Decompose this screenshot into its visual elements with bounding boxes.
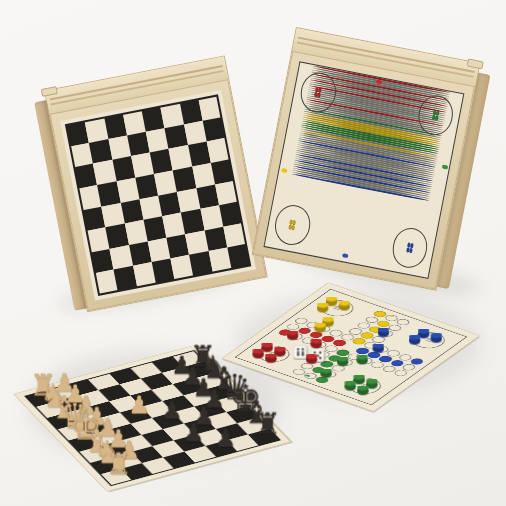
- ludo-cell: [289, 367, 309, 377]
- ludo-start-mark: [441, 164, 448, 169]
- ludo-cell: [368, 360, 388, 370]
- chess-piece-dark-rook: ♜: [254, 409, 280, 439]
- checkerboard-print: [60, 90, 256, 301]
- ludo-start-mark: [376, 79, 383, 84]
- ludo-start-mark: [305, 374, 311, 377]
- ludo-cell: [324, 379, 344, 389]
- checker-square: [152, 440, 184, 457]
- ludo-track-circle: [385, 349, 401, 357]
- ludo-cell: [391, 368, 411, 378]
- peg-green: [337, 357, 349, 366]
- die: [293, 345, 306, 358]
- checkerboard-face: [66, 96, 250, 295]
- ludo-home-circle: [389, 225, 431, 270]
- product-photo-scene: ♜♟♞♟♟♜♝♟♟♞♛♟♟♟♝♚♟♟♟♛♝♟♟♚♞♟♟♝♜♟♜: [0, 0, 506, 506]
- ludo-home-dot: [336, 308, 340, 310]
- peg-green: [357, 355, 369, 364]
- lid-tab: [467, 58, 484, 69]
- peg-green: [344, 381, 356, 390]
- peg-blue: [373, 344, 385, 353]
- ludo-track-circle: [323, 345, 339, 353]
- die-pip: [301, 351, 303, 353]
- ludo-home-dot: [409, 248, 413, 254]
- ludo-track-circle: [291, 368, 307, 376]
- ludo-cell: [395, 352, 415, 362]
- checker-square: [142, 457, 174, 474]
- checker-square: [227, 244, 250, 269]
- peg-red: [310, 339, 322, 348]
- peg-green: [321, 369, 333, 378]
- peg-green: [357, 386, 369, 395]
- peg-top: [305, 353, 317, 359]
- die-pip: [319, 351, 321, 353]
- ludo-track-circle: [397, 353, 413, 361]
- ludo-cell: [384, 348, 404, 358]
- ludo-cell: [415, 351, 435, 361]
- ludo-cell: [399, 362, 419, 372]
- ludo-cell: [301, 371, 321, 381]
- chess-piece-dark-pawn: ♟: [182, 421, 204, 446]
- ludo-cell: [376, 354, 396, 364]
- peg-top: [310, 337, 322, 343]
- chess-piece-light-rook: ♜: [105, 450, 131, 480]
- ludo-start-mark: [281, 167, 288, 172]
- ludo-cell: [407, 356, 427, 366]
- peg-top: [274, 346, 286, 352]
- ludo-box: [252, 27, 493, 293]
- checker-square: [142, 429, 174, 446]
- die-pip: [296, 351, 298, 353]
- ludo-home-dot: [427, 340, 431, 342]
- lid-tab: [41, 86, 58, 97]
- die-pip: [301, 354, 303, 356]
- ludo-cell: [379, 364, 399, 374]
- checker-square: [163, 452, 195, 469]
- ludo-track-circle: [381, 365, 397, 373]
- die-pip: [296, 354, 298, 356]
- ludo-cell: [403, 347, 423, 357]
- checker-square: [131, 418, 163, 435]
- ludo-cell: [387, 358, 407, 368]
- ludo-track-circle: [377, 355, 393, 363]
- ludo-home-dot: [317, 93, 321, 99]
- box-face-frame: [50, 79, 267, 311]
- ludo-cell: [278, 363, 298, 373]
- ludo-cell: [383, 374, 403, 384]
- chess-piece-dark-pawn: ♟: [214, 426, 236, 451]
- ludo-track-circle: [369, 361, 385, 369]
- ludo-start-mark: [417, 360, 423, 363]
- ludo-home-circle: [271, 202, 313, 247]
- peg-red: [252, 349, 264, 358]
- peg-top: [261, 341, 273, 347]
- ludo-home-dot: [291, 225, 295, 231]
- die-pip: [296, 348, 298, 350]
- die-pip: [319, 357, 321, 359]
- ludo-track-circle: [392, 369, 408, 377]
- ludo-board-print: [263, 61, 464, 279]
- ludo-track-circle: [302, 372, 318, 380]
- ludo-start-mark: [342, 253, 349, 258]
- peg-top: [321, 367, 333, 373]
- ludo-track-circle: [389, 359, 405, 367]
- box-face-frame: [253, 51, 475, 290]
- checkers-box: [32, 55, 268, 314]
- peg-red: [265, 354, 277, 363]
- peg-top: [252, 348, 264, 354]
- peg-top: [265, 352, 277, 358]
- checker-square: [184, 446, 216, 463]
- ludo-track-circle: [400, 363, 416, 371]
- ludo-home-dot: [435, 116, 439, 122]
- ludo-track-circle: [408, 357, 424, 365]
- chess-piece-dark-pawn: ♟: [160, 398, 182, 423]
- peg-red: [305, 355, 317, 364]
- die-pip: [301, 348, 303, 350]
